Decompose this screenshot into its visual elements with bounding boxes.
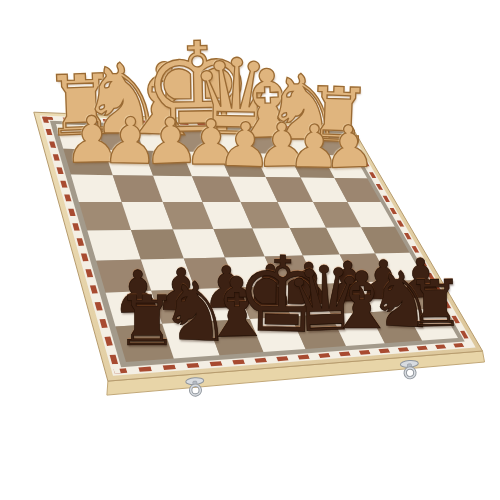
black-rook[interactable]: ♜ (406, 271, 465, 336)
product-photo: ♜♞♝♚♛♝♞♜♟♟♟♟♟♟♟♟♟♟♟♟♟♟♟♟♜♞♝♚♛♝♞♜ (0, 0, 500, 500)
black-rook-glyph: ♜ (406, 266, 465, 341)
pieces-layer: ♜♞♝♚♛♝♞♜♟♟♟♟♟♟♟♟♟♟♟♟♟♟♟♟♜♞♝♚♛♝♞♜ (0, 0, 500, 500)
white-pawn-glyph: ♟ (321, 112, 376, 182)
white-pawn[interactable]: ♟ (322, 117, 376, 177)
